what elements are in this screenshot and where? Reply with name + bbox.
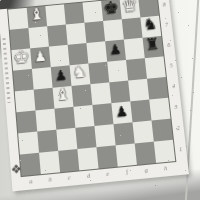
square-d1 xyxy=(77,147,98,170)
square-g7 xyxy=(122,17,143,39)
chess-board: ❖ ♝♚♛♞♚♟♟♜♟♞♝♟ 87654321 abcdefgh xyxy=(0,0,189,191)
square-g4 xyxy=(128,79,149,102)
square-g1 xyxy=(135,142,156,165)
square-a8 xyxy=(8,8,28,30)
square-c7 xyxy=(47,24,68,46)
square-e2 xyxy=(94,124,115,147)
file-label-e: e xyxy=(98,169,118,182)
square-b7 xyxy=(28,26,48,48)
square-f6: ♟ xyxy=(105,39,126,61)
square-h5 xyxy=(145,56,166,78)
square-f8: ♚ xyxy=(101,0,122,21)
square-c1 xyxy=(58,149,79,172)
white-knight: ♞ xyxy=(72,64,88,81)
square-f5 xyxy=(107,60,128,82)
square-d5: ♞ xyxy=(70,64,91,86)
file-label-h: h xyxy=(155,163,175,176)
square-f7 xyxy=(103,19,124,41)
square-e7 xyxy=(84,21,105,43)
square-d7 xyxy=(66,23,87,45)
square-e5 xyxy=(88,62,109,84)
square-f2 xyxy=(113,122,134,145)
square-d3 xyxy=(73,105,94,128)
rank-label-3: 3 xyxy=(169,96,182,118)
rank-label-7: 7 xyxy=(160,14,173,35)
square-a3 xyxy=(16,110,37,133)
board-grid: ♝♚♛♞♚♟♟♜♟♞♝♟ xyxy=(7,0,176,177)
rank-label-2: 2 xyxy=(171,116,184,138)
black-rook: ♜ xyxy=(145,36,161,53)
square-g6 xyxy=(124,38,145,60)
black-knight: ♞ xyxy=(143,16,159,33)
square-g5 xyxy=(126,58,147,80)
square-e8 xyxy=(83,1,104,23)
file-label-g: g xyxy=(136,165,156,178)
square-c4: ♝ xyxy=(53,86,74,109)
square-e6 xyxy=(86,41,107,63)
square-a5 xyxy=(13,69,34,92)
rank-label-5: 5 xyxy=(164,54,177,76)
white-queen: ♛ xyxy=(121,0,139,15)
white-pawn: ♟ xyxy=(33,48,47,63)
square-e1 xyxy=(96,145,117,168)
square-f4 xyxy=(109,81,130,104)
square-c5: ♟ xyxy=(51,65,72,87)
square-h6: ♜ xyxy=(143,36,164,58)
square-c2 xyxy=(56,128,77,151)
square-b6: ♟ xyxy=(30,47,51,69)
file-label-c: c xyxy=(59,173,79,186)
file-label-d: d xyxy=(78,171,98,184)
square-a1 xyxy=(20,153,41,176)
black-pawn: ♟ xyxy=(108,41,122,56)
file-label-b: b xyxy=(40,174,60,187)
square-d6 xyxy=(68,43,89,65)
square-g3 xyxy=(130,100,151,123)
rank-label-4: 4 xyxy=(167,75,180,97)
square-a4 xyxy=(15,90,36,113)
square-h2 xyxy=(152,119,173,142)
square-h3 xyxy=(149,98,170,121)
rank-label-1: 1 xyxy=(174,138,187,160)
square-d4 xyxy=(71,84,92,107)
square-a6: ♚ xyxy=(11,48,32,70)
square-h7: ♞ xyxy=(140,16,161,38)
black-king: ♚ xyxy=(102,0,120,17)
square-g8: ♛ xyxy=(120,0,141,19)
square-c8 xyxy=(45,4,65,26)
square-g2 xyxy=(132,120,153,143)
square-e3 xyxy=(92,103,113,126)
square-b3 xyxy=(35,109,56,132)
square-b4 xyxy=(34,88,55,111)
chessboard-photo: ❖ ♝♚♛♞♚♟♟♜♟♞♝♟ 87654321 abcdefgh xyxy=(0,0,200,200)
white-bishop: ♝ xyxy=(29,6,44,23)
square-c3 xyxy=(54,107,75,130)
file-label-f: f xyxy=(117,167,137,180)
square-b1 xyxy=(39,151,60,174)
square-h8 xyxy=(138,0,159,17)
square-a2 xyxy=(18,132,39,155)
black-pawn: ♟ xyxy=(54,67,68,82)
white-king: ♚ xyxy=(13,47,30,66)
rank-label-8: 8 xyxy=(158,0,171,15)
square-h1 xyxy=(154,140,175,163)
square-b2 xyxy=(37,130,58,153)
square-a7 xyxy=(10,28,30,50)
file-label-a: a xyxy=(21,176,41,189)
square-d8 xyxy=(64,3,85,25)
white-bishop: ♝ xyxy=(55,86,71,103)
square-b5 xyxy=(32,67,53,89)
rank-label-6: 6 xyxy=(162,34,175,55)
dust-speckles-light xyxy=(0,0,1,1)
black-pawn: ♟ xyxy=(115,103,129,118)
square-h4 xyxy=(147,77,168,100)
square-d2 xyxy=(75,126,96,149)
square-f3: ♟ xyxy=(111,101,132,124)
square-b8: ♝ xyxy=(27,6,47,28)
square-f1 xyxy=(116,143,137,166)
square-e4 xyxy=(90,82,111,105)
square-c6 xyxy=(49,45,70,67)
